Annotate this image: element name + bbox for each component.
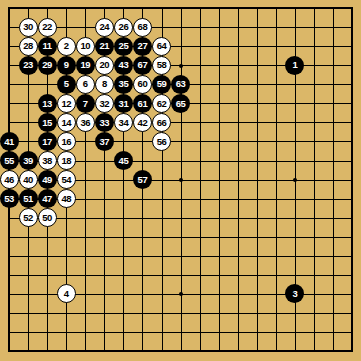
stone-white-B17[interactable]: 28 — [19, 37, 38, 56]
stone-white-F14[interactable]: 32 — [95, 94, 114, 113]
stone-white-B8[interactable]: 52 — [19, 208, 38, 227]
stone-black-C9[interactable]: 47 — [38, 189, 57, 208]
star-point — [179, 64, 183, 68]
stone-white-G13[interactable]: 34 — [114, 113, 133, 132]
stone-black-C16[interactable]: 29 — [38, 56, 57, 75]
stone-white-D4[interactable]: 4 — [57, 284, 76, 303]
stone-white-C18[interactable]: 22 — [38, 18, 57, 37]
stone-black-C14[interactable]: 13 — [38, 94, 57, 113]
stone-black-H14[interactable]: 61 — [133, 94, 152, 113]
stone-white-G18[interactable]: 26 — [114, 18, 133, 37]
stone-white-J14[interactable]: 62 — [152, 94, 171, 113]
stone-white-D13[interactable]: 14 — [57, 113, 76, 132]
stone-black-B16[interactable]: 23 — [19, 56, 38, 75]
stone-white-B18[interactable]: 30 — [19, 18, 38, 37]
stone-white-D14[interactable]: 12 — [57, 94, 76, 113]
stone-black-G16[interactable]: 43 — [114, 56, 133, 75]
stone-black-H10[interactable]: 57 — [133, 170, 152, 189]
stone-white-D10[interactable]: 54 — [57, 170, 76, 189]
stone-black-D15[interactable]: 5 — [57, 75, 76, 94]
stone-black-G14[interactable]: 31 — [114, 94, 133, 113]
stone-black-A9[interactable]: 53 — [0, 189, 19, 208]
stone-black-D16[interactable]: 9 — [57, 56, 76, 75]
stone-black-G15[interactable]: 35 — [114, 75, 133, 94]
stone-black-H17[interactable]: 27 — [133, 37, 152, 56]
go-game-diagram: 1234567891011121314151617181920212223242… — [0, 0, 361, 361]
stone-black-C13[interactable]: 15 — [38, 113, 57, 132]
stone-white-C11[interactable]: 38 — [38, 151, 57, 170]
stone-white-J12[interactable]: 56 — [152, 132, 171, 151]
stone-black-G17[interactable]: 25 — [114, 37, 133, 56]
stone-black-K15[interactable]: 63 — [171, 75, 190, 94]
stone-black-F12[interactable]: 37 — [95, 132, 114, 151]
stone-black-B9[interactable]: 51 — [19, 189, 38, 208]
stone-black-C12[interactable]: 17 — [38, 132, 57, 151]
stone-black-C17[interactable]: 11 — [38, 37, 57, 56]
stone-black-A12[interactable]: 41 — [0, 132, 19, 151]
stone-white-J17[interactable]: 64 — [152, 37, 171, 56]
stone-black-A11[interactable]: 55 — [0, 151, 19, 170]
stone-black-F17[interactable]: 21 — [95, 37, 114, 56]
stone-white-H18[interactable]: 68 — [133, 18, 152, 37]
stone-black-B11[interactable]: 39 — [19, 151, 38, 170]
stone-white-D12[interactable]: 16 — [57, 132, 76, 151]
go-board[interactable]: 1234567891011121314151617181920212223242… — [0, 0, 361, 361]
stone-white-F15[interactable]: 8 — [95, 75, 114, 94]
stone-white-D17[interactable]: 2 — [57, 37, 76, 56]
stone-white-E13[interactable]: 36 — [76, 113, 95, 132]
stone-black-E16[interactable]: 19 — [76, 56, 95, 75]
stone-white-J13[interactable]: 66 — [152, 113, 171, 132]
stone-black-Q16[interactable]: 1 — [285, 56, 304, 75]
stone-white-C8[interactable]: 50 — [38, 208, 57, 227]
stone-white-F16[interactable]: 20 — [95, 56, 114, 75]
stone-black-J15[interactable]: 59 — [152, 75, 171, 94]
stone-black-C10[interactable]: 49 — [38, 170, 57, 189]
stone-white-H15[interactable]: 60 — [133, 75, 152, 94]
stone-black-H16[interactable]: 67 — [133, 56, 152, 75]
stone-white-D11[interactable]: 18 — [57, 151, 76, 170]
stone-white-J16[interactable]: 58 — [152, 56, 171, 75]
stone-white-E15[interactable]: 6 — [76, 75, 95, 94]
stone-white-E17[interactable]: 10 — [76, 37, 95, 56]
stone-black-E14[interactable]: 7 — [76, 94, 95, 113]
stone-white-F18[interactable]: 24 — [95, 18, 114, 37]
stone-black-K14[interactable]: 65 — [171, 94, 190, 113]
stone-black-F13[interactable]: 33 — [95, 113, 114, 132]
stone-white-A10[interactable]: 46 — [0, 170, 19, 189]
stone-black-G11[interactable]: 45 — [114, 151, 133, 170]
stone-white-H13[interactable]: 42 — [133, 113, 152, 132]
stone-white-B10[interactable]: 40 — [19, 170, 38, 189]
stone-white-D9[interactable]: 48 — [57, 189, 76, 208]
